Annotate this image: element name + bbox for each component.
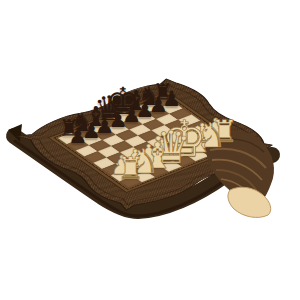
chess-set-photo: ♜♞♝♛♚♝♞♜♟♟♟♟♟♟♟♟♟♟♟♟♟♟♟♟♜♞♝♛♚♝♞♜ xyxy=(0,0,300,300)
eagle-carving xyxy=(0,0,300,300)
